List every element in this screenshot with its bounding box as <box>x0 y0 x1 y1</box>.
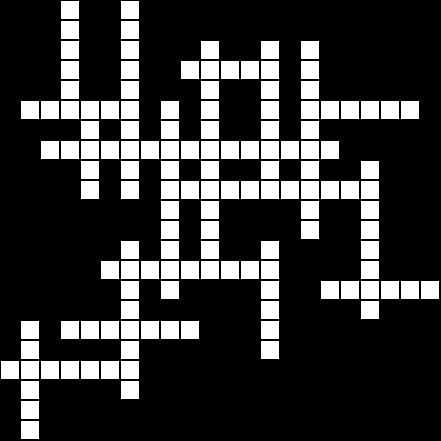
white-cell[interactable] <box>260 80 280 100</box>
white-cell[interactable] <box>280 140 300 160</box>
black-cell <box>300 340 320 360</box>
black-cell <box>380 320 400 340</box>
black-cell <box>40 260 60 280</box>
black-cell <box>140 100 160 120</box>
white-cell[interactable] <box>200 140 220 160</box>
black-cell <box>360 400 380 420</box>
black-cell <box>100 120 120 140</box>
white-cell[interactable] <box>400 100 420 120</box>
black-cell <box>280 240 300 260</box>
black-cell <box>40 120 60 140</box>
white-cell[interactable] <box>160 180 180 200</box>
white-cell[interactable] <box>60 80 80 100</box>
white-cell[interactable] <box>80 360 100 380</box>
black-cell <box>240 120 260 140</box>
black-cell <box>300 280 320 300</box>
black-cell <box>380 80 400 100</box>
white-cell[interactable] <box>120 360 140 380</box>
black-cell <box>220 220 240 240</box>
black-cell <box>80 20 100 40</box>
black-cell <box>320 340 340 360</box>
black-cell <box>60 220 80 240</box>
white-cell[interactable] <box>300 40 320 60</box>
black-cell <box>40 200 60 220</box>
white-cell[interactable] <box>260 300 280 320</box>
white-cell[interactable] <box>200 260 220 280</box>
black-cell <box>340 360 360 380</box>
black-cell <box>260 400 280 420</box>
black-cell <box>40 300 60 320</box>
white-cell[interactable] <box>120 160 140 180</box>
white-cell[interactable] <box>220 140 240 160</box>
black-cell <box>140 200 160 220</box>
black-cell <box>140 20 160 40</box>
black-cell <box>260 380 280 400</box>
black-cell <box>240 160 260 180</box>
white-cell[interactable] <box>240 260 260 280</box>
white-cell[interactable] <box>120 120 140 140</box>
white-cell[interactable] <box>360 240 380 260</box>
black-cell <box>320 400 340 420</box>
white-cell[interactable] <box>180 60 200 80</box>
white-cell[interactable] <box>260 180 280 200</box>
white-cell[interactable] <box>300 140 320 160</box>
white-cell[interactable] <box>240 180 260 200</box>
black-cell <box>240 0 260 20</box>
black-cell <box>220 380 240 400</box>
white-cell[interactable] <box>60 360 80 380</box>
white-cell[interactable] <box>200 60 220 80</box>
black-cell <box>320 420 340 440</box>
black-cell <box>320 320 340 340</box>
white-cell[interactable] <box>20 400 40 420</box>
black-cell <box>400 220 420 240</box>
white-cell[interactable] <box>120 260 140 280</box>
black-cell <box>40 60 60 80</box>
black-cell <box>360 420 380 440</box>
black-cell <box>400 160 420 180</box>
black-cell <box>0 200 20 220</box>
black-cell <box>360 20 380 40</box>
white-cell[interactable] <box>180 180 200 200</box>
black-cell <box>380 300 400 320</box>
black-cell <box>40 0 60 20</box>
white-cell[interactable] <box>140 260 160 280</box>
black-cell <box>420 180 440 200</box>
black-cell <box>240 240 260 260</box>
black-cell <box>280 380 300 400</box>
white-cell[interactable] <box>120 60 140 80</box>
white-cell[interactable] <box>260 40 280 60</box>
black-cell <box>0 380 20 400</box>
white-cell[interactable] <box>20 340 40 360</box>
black-cell <box>160 80 180 100</box>
black-cell <box>140 80 160 100</box>
black-cell <box>360 80 380 100</box>
black-cell <box>240 40 260 60</box>
white-cell[interactable] <box>320 280 340 300</box>
black-cell <box>140 120 160 140</box>
white-cell[interactable] <box>260 260 280 280</box>
white-cell[interactable] <box>100 260 120 280</box>
white-cell[interactable] <box>40 360 60 380</box>
black-cell <box>40 320 60 340</box>
black-cell <box>60 420 80 440</box>
black-cell <box>0 160 20 180</box>
black-cell <box>380 420 400 440</box>
white-cell[interactable] <box>60 320 80 340</box>
white-cell[interactable] <box>240 60 260 80</box>
white-cell[interactable] <box>120 40 140 60</box>
black-cell <box>20 80 40 100</box>
black-cell <box>400 300 420 320</box>
white-cell[interactable] <box>320 100 340 120</box>
black-cell <box>380 220 400 240</box>
white-cell[interactable] <box>220 60 240 80</box>
black-cell <box>180 360 200 380</box>
white-cell[interactable] <box>360 260 380 280</box>
white-cell[interactable] <box>160 160 180 180</box>
black-cell <box>20 200 40 220</box>
white-cell[interactable] <box>200 160 220 180</box>
white-cell[interactable] <box>120 100 140 120</box>
white-cell[interactable] <box>160 100 180 120</box>
white-cell[interactable] <box>160 280 180 300</box>
white-cell[interactable] <box>300 100 320 120</box>
black-cell <box>240 80 260 100</box>
black-cell <box>280 100 300 120</box>
black-cell <box>320 380 340 400</box>
black-cell <box>320 160 340 180</box>
white-cell[interactable] <box>260 160 280 180</box>
white-cell[interactable] <box>60 100 80 120</box>
white-cell[interactable] <box>300 160 320 180</box>
black-cell <box>260 360 280 380</box>
black-cell <box>200 20 220 40</box>
white-cell[interactable] <box>280 180 300 200</box>
black-cell <box>300 0 320 20</box>
black-cell <box>100 280 120 300</box>
black-cell <box>420 60 440 80</box>
black-cell <box>380 360 400 380</box>
white-cell[interactable] <box>340 100 360 120</box>
white-cell[interactable] <box>360 180 380 200</box>
black-cell <box>0 340 20 360</box>
white-cell[interactable] <box>360 280 380 300</box>
black-cell <box>100 180 120 200</box>
black-cell <box>220 240 240 260</box>
white-cell[interactable] <box>300 180 320 200</box>
white-cell[interactable] <box>260 280 280 300</box>
white-cell[interactable] <box>200 100 220 120</box>
black-cell <box>320 20 340 40</box>
white-cell[interactable] <box>320 180 340 200</box>
black-cell <box>80 300 100 320</box>
white-cell[interactable] <box>260 120 280 140</box>
black-cell <box>320 120 340 140</box>
black-cell <box>60 340 80 360</box>
white-cell[interactable] <box>360 300 380 320</box>
white-cell[interactable] <box>120 280 140 300</box>
black-cell <box>160 20 180 40</box>
white-cell[interactable] <box>420 280 440 300</box>
white-cell[interactable] <box>120 80 140 100</box>
white-cell[interactable] <box>160 120 180 140</box>
black-cell <box>400 340 420 360</box>
black-cell <box>320 0 340 20</box>
white-cell[interactable] <box>80 180 100 200</box>
white-cell[interactable] <box>40 140 60 160</box>
white-cell[interactable] <box>200 40 220 60</box>
black-cell <box>200 400 220 420</box>
black-cell <box>400 200 420 220</box>
white-cell[interactable] <box>200 120 220 140</box>
black-cell <box>340 80 360 100</box>
black-cell <box>20 240 40 260</box>
black-cell <box>260 420 280 440</box>
white-cell[interactable] <box>120 300 140 320</box>
black-cell <box>140 240 160 260</box>
white-cell[interactable] <box>120 20 140 40</box>
black-cell <box>20 120 40 140</box>
black-cell <box>320 220 340 240</box>
white-cell[interactable] <box>400 280 420 300</box>
white-cell[interactable] <box>0 360 20 380</box>
white-cell[interactable] <box>180 140 200 160</box>
white-cell[interactable] <box>160 140 180 160</box>
black-cell <box>40 380 60 400</box>
white-cell[interactable] <box>20 360 40 380</box>
white-cell[interactable] <box>180 260 200 280</box>
black-cell <box>60 120 80 140</box>
black-cell <box>380 240 400 260</box>
white-cell[interactable] <box>120 340 140 360</box>
black-cell <box>60 240 80 260</box>
white-cell[interactable] <box>100 100 120 120</box>
black-cell <box>340 400 360 420</box>
black-cell <box>400 120 420 140</box>
black-cell <box>240 20 260 40</box>
white-cell[interactable] <box>260 60 280 80</box>
black-cell <box>140 160 160 180</box>
white-cell[interactable] <box>40 100 60 120</box>
white-cell[interactable] <box>340 280 360 300</box>
white-cell[interactable] <box>60 40 80 60</box>
black-cell <box>360 120 380 140</box>
white-cell[interactable] <box>160 240 180 260</box>
black-cell <box>20 220 40 240</box>
black-cell <box>0 320 20 340</box>
white-cell[interactable] <box>300 120 320 140</box>
black-cell <box>100 220 120 240</box>
black-cell <box>380 140 400 160</box>
black-cell <box>60 380 80 400</box>
black-cell <box>380 0 400 20</box>
white-cell[interactable] <box>20 420 40 440</box>
white-cell[interactable] <box>60 60 80 80</box>
white-cell[interactable] <box>120 320 140 340</box>
black-cell <box>20 40 40 60</box>
crossword-grid <box>0 0 440 440</box>
white-cell[interactable] <box>140 140 160 160</box>
black-cell <box>220 400 240 420</box>
white-cell[interactable] <box>160 220 180 240</box>
white-cell[interactable] <box>20 100 40 120</box>
black-cell <box>0 80 20 100</box>
white-cell[interactable] <box>20 380 40 400</box>
black-cell <box>40 40 60 60</box>
black-cell <box>280 300 300 320</box>
black-cell <box>80 260 100 280</box>
black-cell <box>140 180 160 200</box>
white-cell[interactable] <box>360 100 380 120</box>
black-cell <box>360 360 380 380</box>
black-cell <box>400 380 420 400</box>
black-cell <box>320 200 340 220</box>
white-cell[interactable] <box>60 20 80 40</box>
white-cell[interactable] <box>80 120 100 140</box>
black-cell <box>220 40 240 60</box>
white-cell[interactable] <box>160 260 180 280</box>
white-cell[interactable] <box>380 280 400 300</box>
black-cell <box>220 80 240 100</box>
black-cell <box>280 320 300 340</box>
white-cell[interactable] <box>120 240 140 260</box>
black-cell <box>80 40 100 60</box>
white-cell[interactable] <box>200 80 220 100</box>
white-cell[interactable] <box>80 140 100 160</box>
black-cell <box>280 0 300 20</box>
black-cell <box>420 420 440 440</box>
white-cell[interactable] <box>220 180 240 200</box>
white-cell[interactable] <box>80 320 100 340</box>
white-cell[interactable] <box>360 220 380 240</box>
white-cell[interactable] <box>300 60 320 80</box>
white-cell[interactable] <box>380 100 400 120</box>
black-cell <box>140 40 160 60</box>
black-cell <box>160 300 180 320</box>
white-cell[interactable] <box>100 140 120 160</box>
black-cell <box>180 420 200 440</box>
black-cell <box>20 260 40 280</box>
white-cell[interactable] <box>20 320 40 340</box>
black-cell <box>420 100 440 120</box>
black-cell <box>180 300 200 320</box>
black-cell <box>280 40 300 60</box>
black-cell <box>160 340 180 360</box>
white-cell[interactable] <box>260 240 280 260</box>
white-cell[interactable] <box>300 200 320 220</box>
black-cell <box>220 420 240 440</box>
black-cell <box>400 40 420 60</box>
black-cell <box>0 400 20 420</box>
white-cell[interactable] <box>120 380 140 400</box>
black-cell <box>300 400 320 420</box>
black-cell <box>360 340 380 360</box>
white-cell[interactable] <box>200 180 220 200</box>
white-cell[interactable] <box>120 0 140 20</box>
black-cell <box>100 80 120 100</box>
black-cell <box>240 220 260 240</box>
white-cell[interactable] <box>200 220 220 240</box>
black-cell <box>280 420 300 440</box>
white-cell[interactable] <box>200 200 220 220</box>
black-cell <box>0 300 20 320</box>
white-cell[interactable] <box>260 340 280 360</box>
black-cell <box>340 0 360 20</box>
black-cell <box>240 200 260 220</box>
black-cell <box>220 320 240 340</box>
white-cell[interactable] <box>240 140 260 160</box>
black-cell <box>200 0 220 20</box>
white-cell[interactable] <box>80 160 100 180</box>
white-cell[interactable] <box>60 140 80 160</box>
white-cell[interactable] <box>80 100 100 120</box>
black-cell <box>420 40 440 60</box>
white-cell[interactable] <box>60 0 80 20</box>
white-cell[interactable] <box>100 320 120 340</box>
black-cell <box>140 300 160 320</box>
black-cell <box>140 0 160 20</box>
white-cell[interactable] <box>140 320 160 340</box>
black-cell <box>280 400 300 420</box>
black-cell <box>420 200 440 220</box>
white-cell[interactable] <box>300 220 320 240</box>
white-cell[interactable] <box>260 140 280 160</box>
white-cell[interactable] <box>300 80 320 100</box>
white-cell[interactable] <box>220 260 240 280</box>
white-cell[interactable] <box>340 180 360 200</box>
black-cell <box>0 240 20 260</box>
black-cell <box>300 420 320 440</box>
white-cell[interactable] <box>180 320 200 340</box>
black-cell <box>140 360 160 380</box>
white-cell[interactable] <box>120 140 140 160</box>
black-cell <box>180 340 200 360</box>
white-cell[interactable] <box>160 200 180 220</box>
black-cell <box>180 280 200 300</box>
white-cell[interactable] <box>260 100 280 120</box>
white-cell[interactable] <box>200 240 220 260</box>
black-cell <box>320 360 340 380</box>
black-cell <box>0 100 20 120</box>
white-cell[interactable] <box>160 320 180 340</box>
black-cell <box>0 420 20 440</box>
black-cell <box>180 40 200 60</box>
black-cell <box>340 260 360 280</box>
black-cell <box>340 380 360 400</box>
black-cell <box>280 360 300 380</box>
black-cell <box>280 340 300 360</box>
black-cell <box>80 340 100 360</box>
white-cell[interactable] <box>360 160 380 180</box>
black-cell <box>400 140 420 160</box>
black-cell <box>340 340 360 360</box>
white-cell[interactable] <box>120 180 140 200</box>
black-cell <box>320 300 340 320</box>
white-cell[interactable] <box>320 140 340 160</box>
black-cell <box>360 0 380 20</box>
white-cell[interactable] <box>100 360 120 380</box>
white-cell[interactable] <box>260 320 280 340</box>
black-cell <box>220 100 240 120</box>
black-cell <box>280 80 300 100</box>
white-cell[interactable] <box>360 200 380 220</box>
black-cell <box>0 60 20 80</box>
black-cell <box>360 380 380 400</box>
black-cell <box>180 80 200 100</box>
black-cell <box>400 60 420 80</box>
